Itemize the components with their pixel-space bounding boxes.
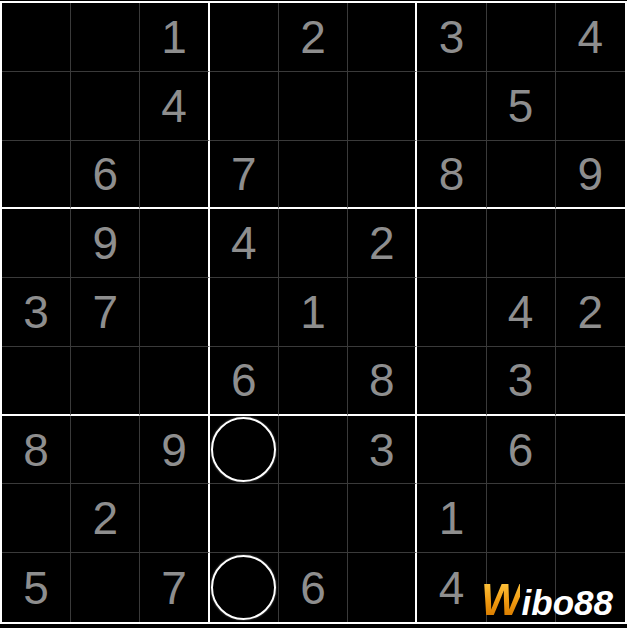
cell-r9c5[interactable]: 6 xyxy=(279,553,348,622)
cell-r5c5[interactable]: 1 xyxy=(279,278,348,347)
cell-r1c2[interactable] xyxy=(71,3,140,72)
given-digit: 2 xyxy=(93,495,119,541)
cell-r9c3[interactable]: 7 xyxy=(140,553,209,622)
sudoku-screen: 1234456789942371426838936215764 W ibo88 xyxy=(0,0,627,628)
cell-r5c1[interactable]: 3 xyxy=(2,278,71,347)
cell-r2c6[interactable] xyxy=(348,72,417,141)
cell-r4c6[interactable]: 2 xyxy=(348,209,417,278)
cell-r3c3[interactable] xyxy=(140,141,209,210)
cell-r2c8[interactable]: 5 xyxy=(487,72,556,141)
cell-r7c1[interactable]: 8 xyxy=(2,416,71,485)
given-digit: 6 xyxy=(93,151,119,197)
cell-r9c2[interactable] xyxy=(71,553,140,622)
given-digit: 3 xyxy=(508,357,534,403)
highlight-circle-icon xyxy=(211,555,276,620)
cell-r9c6[interactable] xyxy=(348,553,417,622)
given-digit: 9 xyxy=(93,220,119,266)
given-digit: 2 xyxy=(369,220,395,266)
cell-r6c8[interactable]: 3 xyxy=(487,347,556,416)
cell-r6c4[interactable]: 6 xyxy=(210,347,279,416)
given-digit: 6 xyxy=(300,565,326,611)
cell-r7c2[interactable] xyxy=(71,416,140,485)
cell-r6c7[interactable] xyxy=(417,347,486,416)
given-digit: 4 xyxy=(161,83,187,129)
watermark-wibo88: W ibo88 xyxy=(481,582,613,617)
given-digit: 5 xyxy=(23,565,49,611)
cell-r6c3[interactable] xyxy=(140,347,209,416)
given-digit: 9 xyxy=(578,151,604,197)
cell-r9c1[interactable]: 5 xyxy=(2,553,71,622)
cell-r9c4[interactable] xyxy=(210,553,279,622)
cell-r4c4[interactable]: 4 xyxy=(210,209,279,278)
cell-r4c5[interactable] xyxy=(279,209,348,278)
cell-r5c6[interactable] xyxy=(348,278,417,347)
cell-r4c3[interactable] xyxy=(140,209,209,278)
cell-r3c9[interactable]: 9 xyxy=(556,141,625,210)
given-digit: 1 xyxy=(439,495,465,541)
cell-r3c1[interactable] xyxy=(2,141,71,210)
cell-r1c5[interactable]: 2 xyxy=(279,3,348,72)
cell-r8c1[interactable] xyxy=(2,484,71,553)
watermark-text: ibo88 xyxy=(522,589,613,617)
highlight-circle-icon xyxy=(211,417,276,482)
cell-r7c5[interactable] xyxy=(279,416,348,485)
cell-r1c1[interactable] xyxy=(2,3,71,72)
cell-r7c3[interactable]: 9 xyxy=(140,416,209,485)
cell-r5c4[interactable] xyxy=(210,278,279,347)
cell-r7c6[interactable]: 3 xyxy=(348,416,417,485)
cell-r2c3[interactable]: 4 xyxy=(140,72,209,141)
given-digit: 6 xyxy=(231,357,257,403)
wibo88-logo-w-icon: W xyxy=(481,582,520,617)
cell-r6c6[interactable]: 8 xyxy=(348,347,417,416)
cell-r6c2[interactable] xyxy=(71,347,140,416)
cell-r8c2[interactable]: 2 xyxy=(71,484,140,553)
cell-r4c2[interactable]: 9 xyxy=(71,209,140,278)
cell-r3c8[interactable] xyxy=(487,141,556,210)
given-digit: 3 xyxy=(23,289,49,335)
cell-r2c2[interactable] xyxy=(71,72,140,141)
cell-r2c4[interactable] xyxy=(210,72,279,141)
cell-r7c9[interactable] xyxy=(556,416,625,485)
cell-r5c3[interactable] xyxy=(140,278,209,347)
cell-r3c7[interactable]: 8 xyxy=(417,141,486,210)
cell-r1c6[interactable] xyxy=(348,3,417,72)
cell-r4c7[interactable] xyxy=(417,209,486,278)
cell-r5c8[interactable]: 4 xyxy=(487,278,556,347)
given-digit: 4 xyxy=(231,220,257,266)
cell-r5c9[interactable]: 2 xyxy=(556,278,625,347)
cell-r4c8[interactable] xyxy=(487,209,556,278)
cell-r2c1[interactable] xyxy=(2,72,71,141)
given-digit: 9 xyxy=(161,427,187,473)
cell-r5c2[interactable]: 7 xyxy=(71,278,140,347)
cell-r4c1[interactable] xyxy=(2,209,71,278)
cell-r2c7[interactable] xyxy=(417,72,486,141)
cell-r4c9[interactable] xyxy=(556,209,625,278)
cell-r8c8[interactable] xyxy=(487,484,556,553)
given-digit: 1 xyxy=(300,289,326,335)
cell-r9c7[interactable]: 4 xyxy=(417,553,486,622)
given-digit: 1 xyxy=(161,14,187,60)
cell-r1c7[interactable]: 3 xyxy=(417,3,486,72)
cell-r1c9[interactable]: 4 xyxy=(556,3,625,72)
given-digit: 6 xyxy=(508,427,534,473)
cell-r8c3[interactable] xyxy=(140,484,209,553)
cell-r5c7[interactable] xyxy=(417,278,486,347)
given-digit: 2 xyxy=(578,289,604,335)
given-digit: 8 xyxy=(439,151,465,197)
given-digit: 4 xyxy=(508,289,534,335)
cell-r3c6[interactable] xyxy=(348,141,417,210)
given-digit: 3 xyxy=(439,14,465,60)
given-digit: 8 xyxy=(23,427,49,473)
cell-r8c4[interactable] xyxy=(210,484,279,553)
cell-r6c9[interactable] xyxy=(556,347,625,416)
given-digit: 2 xyxy=(300,14,326,60)
cell-r1c4[interactable] xyxy=(210,3,279,72)
cell-r7c7[interactable] xyxy=(417,416,486,485)
given-digit: 8 xyxy=(369,357,395,403)
given-digit: 7 xyxy=(161,565,187,611)
given-digit: 3 xyxy=(369,427,395,473)
cell-r8c9[interactable] xyxy=(556,484,625,553)
cell-r8c6[interactable] xyxy=(348,484,417,553)
cell-r7c4[interactable] xyxy=(210,416,279,485)
sudoku-board: 1234456789942371426838936215764 xyxy=(0,1,627,624)
cell-r1c8[interactable] xyxy=(487,3,556,72)
cell-r3c5[interactable] xyxy=(279,141,348,210)
given-digit: 7 xyxy=(231,151,257,197)
given-digit: 7 xyxy=(93,289,119,335)
cell-r3c4[interactable]: 7 xyxy=(210,141,279,210)
cell-r3c2[interactable]: 6 xyxy=(71,141,140,210)
cell-r8c5[interactable] xyxy=(279,484,348,553)
cell-r6c1[interactable] xyxy=(2,347,71,416)
cell-r2c5[interactable] xyxy=(279,72,348,141)
cell-r7c8[interactable]: 6 xyxy=(487,416,556,485)
cell-r6c5[interactable] xyxy=(279,347,348,416)
given-digit: 5 xyxy=(508,83,534,129)
cell-r1c3[interactable]: 1 xyxy=(140,3,209,72)
cell-r8c7[interactable]: 1 xyxy=(417,484,486,553)
given-digit: 4 xyxy=(578,14,604,60)
cell-r2c9[interactable] xyxy=(556,72,625,141)
given-digit: 4 xyxy=(439,565,465,611)
